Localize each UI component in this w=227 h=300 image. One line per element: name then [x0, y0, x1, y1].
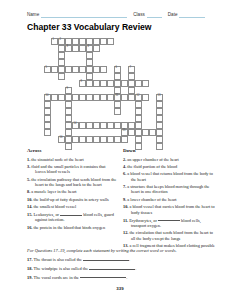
crossword-cell	[128, 129, 135, 136]
crossword-cell	[86, 38, 93, 45]
clue-number: 1	[53, 39, 54, 42]
inline-answer-blank	[60, 211, 82, 216]
fill-in-item: 18. The windpipe is also called the .	[27, 265, 213, 271]
clue-number-label: 16.	[27, 225, 33, 230]
crossword-cell	[107, 136, 114, 143]
crossword-cell	[65, 122, 72, 129]
page-number: 339	[0, 286, 227, 291]
crossword-cell	[156, 129, 163, 136]
crossword-cell: 9	[65, 87, 72, 94]
crossword-cell	[86, 94, 93, 101]
clue-number: 9	[67, 88, 68, 91]
crossword-cell	[121, 94, 128, 101]
crossword-cell	[142, 129, 149, 136]
clue-number-label: 8.	[27, 189, 31, 194]
crossword-cell	[79, 122, 86, 129]
crossword-cell	[86, 59, 93, 66]
crossword-cell	[44, 101, 51, 108]
across-clue: 16. the protein in the blood that binds …	[27, 225, 117, 231]
crossword-cell	[135, 136, 142, 143]
down-clue: 6. a blood vessel that returns blood fro…	[123, 171, 215, 182]
fill-in-list: 17. The throat is also called the .18. T…	[27, 256, 213, 280]
class-label: Class	[133, 13, 145, 18]
clue-number: 7	[130, 67, 131, 70]
page-header: Name Class Date	[27, 12, 213, 18]
crossword-cell	[93, 136, 100, 143]
crossword-cell	[79, 94, 86, 101]
clue-number-label: 1.	[27, 157, 31, 162]
crossword-cell	[65, 38, 72, 45]
down-clue-list: 2. an upper chamber of the heart4. the f…	[123, 157, 215, 249]
crossword-cell: 11	[114, 94, 121, 101]
fill-in-item: 17. The throat is also called the .	[27, 256, 213, 262]
crossword-cell	[100, 136, 107, 143]
clue-number: 16	[60, 137, 63, 140]
down-clue: 10. a blood vessel that carries blood fr…	[123, 204, 215, 215]
crossword-cell	[65, 66, 72, 73]
crossword-cell: 7	[128, 66, 135, 73]
crossword-cell: 5	[44, 66, 51, 73]
crossword-cell: 12	[135, 94, 142, 101]
crossword-cell: 8	[79, 80, 86, 87]
clue-number-label: 7.	[123, 184, 127, 189]
crossword-cell	[100, 66, 107, 73]
crossword-cell	[100, 38, 107, 45]
crossword-cell	[107, 122, 114, 129]
crossword-cell	[142, 80, 149, 87]
crossword-cell	[107, 80, 114, 87]
crossword-cell: 6	[114, 66, 121, 73]
crossword-cell	[121, 136, 128, 143]
crossword-cell: 13	[156, 94, 163, 101]
across-clues-section: Across 1. the sinoatrial node of the hea…	[27, 148, 117, 232]
crossword-cell: 1	[51, 38, 58, 45]
crossword-cell	[44, 108, 51, 115]
crossword-cell	[79, 45, 86, 52]
crossword-cell	[79, 38, 86, 45]
clue-number: 15	[123, 130, 126, 133]
crossword-cell	[93, 122, 100, 129]
crossword-cell: 4	[86, 45, 93, 52]
clue-number-label: 5.	[27, 177, 31, 182]
crossword-cell	[93, 80, 100, 87]
clue-number: 10	[46, 95, 49, 98]
name-blank-line	[41, 12, 127, 18]
crossword-cell	[79, 66, 86, 73]
across-clue: 15. Leukocytes, or blood cells, guard ag…	[27, 211, 117, 223]
crossword-cell	[121, 122, 128, 129]
crossword-cell	[128, 122, 135, 129]
crossword-cell	[128, 73, 135, 80]
crossword-cell: 10	[44, 94, 51, 101]
clue-number: 3	[67, 46, 68, 49]
down-clue: 12. the circulation that sends blood fro…	[123, 230, 215, 241]
crossword-cell: 15	[121, 129, 128, 136]
down-clue: 7. a structure that keeps blood moving t…	[123, 184, 215, 195]
crossword-cell	[51, 94, 58, 101]
answer-blank-line	[89, 265, 135, 270]
clue-number: 5	[46, 67, 47, 70]
across-clue: 1. the sinoatrial node of the heart	[27, 157, 117, 163]
across-clue-list: 1. the sinoatrial node of the heart3. fl…	[27, 157, 117, 231]
crossword-cell	[114, 136, 121, 143]
fill-in-section: For Questions 17–19, complete each state…	[27, 248, 213, 283]
across-heading: Across	[27, 148, 117, 155]
crossword-cell	[93, 38, 100, 45]
down-heading: Down	[123, 148, 215, 155]
clue-number-label: 4.	[123, 164, 127, 169]
across-clue: 3. fluid and the small particles it cont…	[27, 164, 117, 175]
crossword-cell	[107, 94, 114, 101]
fill-in-instructions: For Questions 17–19, complete each state…	[27, 248, 213, 254]
crossword-cell	[58, 59, 65, 66]
inline-answer-blank	[158, 217, 180, 222]
crossword-cell	[114, 87, 121, 94]
clue-number-label: 9.	[123, 197, 127, 202]
answer-blank-line	[80, 274, 126, 279]
down-clue: 9. a lower chamber of the heart	[123, 197, 215, 203]
crossword-cell	[86, 52, 93, 59]
crossword-cell	[44, 129, 51, 136]
crossword-cell	[58, 73, 65, 80]
crossword-cell	[86, 136, 93, 143]
crossword-cell	[128, 87, 135, 94]
crossword-cell	[100, 94, 107, 101]
crossword-cell	[86, 80, 93, 87]
crossword-cell	[114, 73, 121, 80]
crossword-cell	[100, 122, 107, 129]
across-clue: 8. a muscle layer in the heart	[27, 189, 117, 195]
clue-number-label: 10.	[27, 197, 33, 202]
crossword-cell	[114, 108, 121, 115]
crossword-cell	[142, 94, 149, 101]
crossword-cell	[135, 122, 142, 129]
clue-number: 4	[88, 46, 89, 49]
crossword-cell	[93, 94, 100, 101]
name-label: Name	[27, 13, 39, 18]
crossword-cell	[65, 101, 72, 108]
fill-in-item: 19. The vocal cords are in the .	[27, 274, 213, 280]
crossword-cell	[65, 108, 72, 115]
crossword-cell	[72, 136, 79, 143]
crossword-cell	[86, 73, 93, 80]
clue-number: 8	[81, 81, 82, 84]
crossword-cell: 16	[58, 136, 65, 143]
crossword-cell	[156, 108, 163, 115]
crossword-cell	[58, 94, 65, 101]
crossword-cell	[135, 115, 142, 122]
crossword-cell	[65, 136, 72, 143]
question-number: 17.	[27, 257, 34, 262]
crossword-cell	[65, 129, 72, 136]
crossword-cell	[156, 136, 163, 143]
down-clues-section: Down 2. an upper chamber of the heart4. …	[123, 148, 215, 250]
down-clue: 4. the fluid portion of the blood	[123, 164, 215, 170]
question-number: 18.	[27, 266, 34, 271]
across-clue: 14. the smallest blood vessel	[27, 204, 117, 210]
clue-number: 12	[137, 95, 140, 98]
down-clue: 2. an upper chamber of the heart	[123, 157, 215, 163]
crossword-grid: 12345678910111213141516	[44, 38, 164, 151]
crossword-cell	[65, 94, 72, 101]
crossword-cell	[58, 66, 65, 73]
clue-number-label: 14.	[27, 204, 33, 209]
crossword-cell	[128, 94, 135, 101]
clue-number-label: 11.	[123, 217, 129, 222]
question-number: 19.	[27, 274, 34, 279]
down-clue: 11. Erythrocytes, or blood cells, transp…	[123, 217, 215, 229]
crossword-cell	[51, 66, 58, 73]
clue-number: 2	[60, 39, 61, 42]
across-clue: 5. the circulation pathway that sends bl…	[27, 177, 117, 188]
crossword-cell	[58, 45, 65, 52]
clue-number: 13	[158, 95, 161, 98]
worksheet-page: Name Class Date Chapter 33 Vocabulary Re…	[0, 0, 227, 300]
clue-number: 6	[116, 67, 117, 70]
crossword-cell	[114, 122, 121, 129]
clue-number-label: 10.	[123, 204, 129, 209]
crossword-cell	[65, 115, 72, 122]
crossword-cell	[156, 115, 163, 122]
crossword-cell	[156, 122, 163, 129]
crossword-cell	[93, 66, 100, 73]
page-title: Chapter 33 Vocabulary Review	[27, 22, 152, 32]
crossword-cell	[86, 66, 93, 73]
crossword-cell	[135, 108, 142, 115]
crossword-cell	[72, 38, 79, 45]
crossword-cell	[156, 101, 163, 108]
date-label: Date	[168, 13, 178, 18]
crossword-cell	[114, 101, 121, 108]
crossword-cell	[72, 94, 79, 101]
crossword-cell	[135, 80, 142, 87]
clue-number-label: 2.	[123, 157, 127, 162]
crossword-cell	[79, 136, 86, 143]
crossword-cell	[93, 45, 100, 52]
crossword-cell	[86, 122, 93, 129]
clue-number-label: 3.	[27, 164, 31, 169]
across-clue: 10. the build-up of fatty deposits in ar…	[27, 197, 117, 203]
class-blank-line	[147, 12, 162, 18]
crossword-cell	[135, 101, 142, 108]
crossword-cell	[100, 80, 107, 87]
crossword-cell	[121, 80, 128, 87]
crossword-cell: 3	[65, 45, 72, 52]
crossword-cell: 2	[58, 38, 65, 45]
clue-number-label: 6.	[123, 171, 127, 176]
date-blank-line	[179, 12, 205, 18]
crossword-cell: 14	[72, 122, 79, 129]
clue-number: 14	[74, 123, 77, 126]
crossword-cell	[58, 52, 65, 59]
crossword-cell	[44, 115, 51, 122]
crossword-cell	[72, 45, 79, 52]
clue-number-label: 15.	[27, 212, 33, 217]
clue-number-label: 12.	[123, 230, 129, 235]
crossword-cell	[128, 80, 135, 87]
crossword-cell	[114, 80, 121, 87]
clue-number: 11	[116, 95, 119, 98]
answer-blank-line	[83, 256, 129, 261]
crossword-cell	[44, 122, 51, 129]
crossword-cell	[135, 129, 142, 136]
crossword-cell	[107, 38, 114, 45]
crossword-cell	[149, 129, 156, 136]
crossword-cell	[72, 66, 79, 73]
